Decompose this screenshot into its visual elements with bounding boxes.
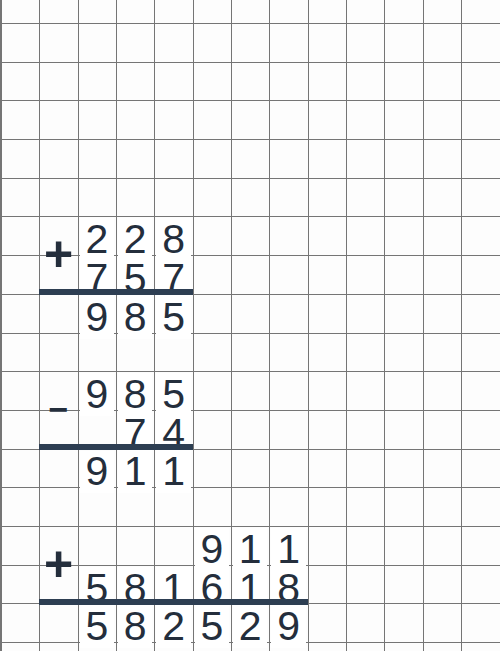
digit-cell: 5 [195,605,229,648]
grid-board: 22875798598574911911581618582529+−+ [0,0,500,651]
digit-cell: 5 [80,605,114,648]
digit-cell: 1 [118,451,152,494]
digit-cell: 2 [156,605,190,648]
digit-cell: 9 [80,373,114,416]
digit-cell: 1 [156,451,190,494]
minus-operator: − [39,387,77,431]
digit-cell: 5 [156,296,190,339]
digit-cell: 2 [233,605,267,648]
sum-line [39,444,192,450]
plus-operator: + [39,542,77,586]
digit-cell: 8 [118,605,152,648]
plus-operator: + [39,232,77,276]
digit-cell: 9 [80,296,114,339]
sum-line [39,289,192,295]
digit-cell: 8 [118,296,152,339]
sum-line [39,599,307,605]
digit-cell: 9 [271,605,305,648]
digit-cell: 9 [80,451,114,494]
